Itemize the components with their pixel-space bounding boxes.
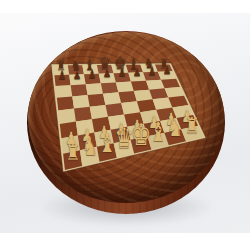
chess-box-top — [28, 32, 224, 203]
